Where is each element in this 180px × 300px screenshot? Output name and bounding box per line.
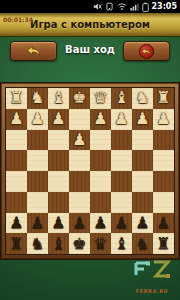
board-square[interactable]: ♝ [48,233,69,254]
volume-muted-icon [93,2,102,11]
board-square[interactable]: ♟ [6,109,27,130]
board-square[interactable] [6,150,27,171]
board-square[interactable]: ♟ [27,109,48,130]
white-queen-piece: ♛ [93,90,107,106]
board-square[interactable] [27,171,48,192]
board-square[interactable]: ♟ [69,213,90,234]
board-square[interactable] [27,192,48,213]
board-square[interactable]: ♟ [90,109,111,130]
white-pawn-piece: ♟ [156,111,170,127]
board-square[interactable] [90,171,111,192]
board-square[interactable] [111,150,132,171]
white-pawn-piece: ♟ [135,111,149,127]
board-square[interactable] [153,171,174,192]
board-square[interactable] [153,130,174,151]
status-bar-clock: 23:05 [152,0,177,13]
chess-board: ♜♞♝♚♛♝♞♜♟♟♟♟♟♟♟♟♟♟♟♟♟♟♟♟♜♞♝♚♛♝♞♜ [5,87,175,255]
black-pawn-piece: ♟ [30,215,44,231]
board-square[interactable]: ♟ [111,213,132,234]
board-square[interactable]: ♞ [27,88,48,109]
board-square[interactable]: ♟ [48,109,69,130]
board-square[interactable]: ♟ [48,213,69,234]
black-pawn-piece: ♟ [72,215,86,231]
board-square[interactable]: ♟ [111,109,132,130]
white-knight-piece: ♞ [30,90,44,106]
signal-strength-icon [130,2,139,11]
board-square[interactable] [111,130,132,151]
board-square[interactable]: ♟ [132,109,153,130]
board-square[interactable] [27,150,48,171]
black-bishop-piece: ♝ [114,236,128,252]
board-square[interactable] [6,192,27,213]
board-square[interactable]: ♟ [132,213,153,234]
board-square[interactable]: ♟ [27,213,48,234]
board-square[interactable] [69,150,90,171]
board-square[interactable]: ♜ [6,233,27,254]
board-square[interactable]: ♛ [90,233,111,254]
black-rook-piece: ♜ [9,236,23,252]
white-pawn-piece: ♟ [72,132,86,148]
board-square[interactable]: ♜ [6,88,27,109]
board-square[interactable] [48,130,69,151]
restart-game-button[interactable] [123,41,170,61]
black-king-piece: ♚ [72,236,86,252]
board-square[interactable]: ♚ [69,88,90,109]
board-square[interactable]: ♟ [90,213,111,234]
board-square[interactable] [48,150,69,171]
black-bishop-piece: ♝ [51,236,65,252]
black-pawn-piece: ♟ [135,215,149,231]
board-square[interactable] [111,192,132,213]
white-knight-piece: ♞ [135,90,149,106]
white-bishop-piece: ♝ [114,90,128,106]
board-square[interactable]: ♝ [48,88,69,109]
board-square[interactable]: ♞ [27,233,48,254]
watermark-logo: FERRA.RU [129,255,175,294]
watermark-text: FERRA.RU [129,288,175,294]
board-square[interactable]: ♞ [132,88,153,109]
white-pawn-piece: ♟ [51,111,65,127]
board-square[interactable] [48,192,69,213]
black-knight-piece: ♞ [135,236,149,252]
white-rook-piece: ♜ [9,90,23,106]
black-pawn-piece: ♟ [156,215,170,231]
board-square[interactable] [153,150,174,171]
board-square[interactable]: ♟ [6,213,27,234]
board-square[interactable]: ♝ [111,88,132,109]
board-square[interactable]: ♝ [111,233,132,254]
board-square[interactable] [132,192,153,213]
board-square[interactable] [90,192,111,213]
vibrate-icon [105,2,114,11]
status-bar: 23:05 [0,0,180,13]
restart-arrow-icon [141,47,152,56]
board-square[interactable]: ♜ [153,88,174,109]
white-rook-piece: ♜ [156,90,170,106]
black-pawn-piece: ♟ [114,215,128,231]
white-pawn-piece: ♟ [30,111,44,127]
board-square[interactable] [48,171,69,192]
board-square[interactable] [69,171,90,192]
board-square[interactable] [27,130,48,151]
board-square[interactable]: ♟ [153,213,174,234]
battery-icon [142,2,149,12]
board-square[interactable] [132,171,153,192]
white-bishop-piece: ♝ [51,90,65,106]
board-square[interactable]: ♟ [153,109,174,130]
black-knight-piece: ♞ [30,236,44,252]
board-square[interactable]: ♞ [132,233,153,254]
board-square[interactable] [6,171,27,192]
black-queen-piece: ♛ [93,236,107,252]
board-square[interactable] [69,109,90,130]
board-frame: ♜♞♝♚♛♝♞♜♟♟♟♟♟♟♟♟♟♟♟♟♟♟♟♟♜♞♝♚♛♝♞♜ [0,82,180,260]
board-square[interactable]: ♜ [153,233,174,254]
title-bar: 00:01:34 Игра с компьютером [0,13,180,37]
board-square[interactable]: ♛ [90,88,111,109]
game-timer: 00:01:34 [3,16,33,23]
board-square[interactable]: ♚ [69,233,90,254]
board-square[interactable] [90,130,111,151]
board-square[interactable] [90,150,111,171]
board-square[interactable]: ♟ [69,130,90,151]
black-pawn-piece: ♟ [9,215,23,231]
wifi-icon [117,2,127,11]
black-pawn-piece: ♟ [93,215,107,231]
red-chip-icon [139,44,154,59]
app-screen: 23:05 00:01:34 Игра с компьютером Ваш хо… [0,0,180,300]
board-square[interactable] [69,192,90,213]
board-square[interactable] [132,130,153,151]
black-rook-piece: ♜ [156,236,170,252]
board-square[interactable] [132,150,153,171]
board-square[interactable] [153,192,174,213]
white-pawn-piece: ♟ [9,111,23,127]
board-square[interactable] [111,171,132,192]
white-pawn-piece: ♟ [93,111,107,127]
white-king-piece: ♚ [72,90,86,106]
black-pawn-piece: ♟ [51,215,65,231]
white-pawn-piece: ♟ [114,111,128,127]
board-square[interactable] [6,130,27,151]
ferra-logo-icon [132,255,172,285]
